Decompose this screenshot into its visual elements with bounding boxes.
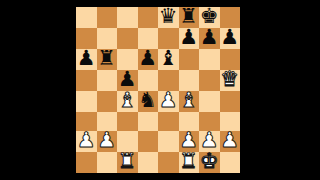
black-rook-icon: ♜ — [97, 48, 116, 69]
square-f1[interactable]: ♜ — [179, 152, 200, 173]
square-g6[interactable] — [199, 49, 220, 70]
square-h5[interactable]: ♛ — [220, 70, 241, 91]
square-d2[interactable] — [138, 131, 159, 152]
white-pawn-icon: ♟ — [97, 130, 116, 151]
square-d4[interactable]: ♞ — [138, 91, 159, 112]
square-b5[interactable] — [97, 70, 118, 91]
white-king-icon: ♚ — [200, 151, 219, 172]
square-h2[interactable]: ♟ — [220, 131, 241, 152]
square-c4[interactable]: ♝ — [117, 91, 138, 112]
square-b1[interactable] — [97, 152, 118, 173]
black-pawn-icon: ♟ — [77, 48, 96, 69]
square-d1[interactable] — [138, 152, 159, 173]
white-pawn-icon: ♟ — [179, 130, 198, 151]
white-queen-icon: ♛ — [220, 69, 239, 90]
square-b4[interactable] — [97, 91, 118, 112]
black-pawn-icon: ♟ — [179, 27, 198, 48]
white-bishop-icon: ♝ — [118, 90, 137, 111]
square-f4[interactable]: ♝ — [179, 91, 200, 112]
white-rook-icon: ♜ — [179, 151, 198, 172]
square-c1[interactable]: ♜ — [117, 152, 138, 173]
square-a1[interactable] — [76, 152, 97, 173]
square-e8[interactable]: ♛ — [158, 7, 179, 28]
black-pawn-icon: ♟ — [220, 27, 239, 48]
square-c8[interactable] — [117, 7, 138, 28]
white-pawn-icon: ♟ — [77, 130, 96, 151]
square-g7[interactable]: ♟ — [199, 28, 220, 49]
square-d3[interactable] — [138, 112, 159, 131]
square-b2[interactable]: ♟ — [97, 131, 118, 152]
black-king-icon: ♚ — [200, 6, 219, 27]
square-h7[interactable]: ♟ — [220, 28, 241, 49]
white-pawn-icon: ♟ — [220, 130, 239, 151]
square-f6[interactable] — [179, 49, 200, 70]
white-rook-icon: ♜ — [118, 151, 137, 172]
black-pawn-icon: ♟ — [118, 69, 137, 90]
white-pawn-icon: ♟ — [159, 90, 178, 111]
square-a6[interactable]: ♟ — [76, 49, 97, 70]
white-bishop-icon: ♝ — [179, 90, 198, 111]
chess-board: ♛♜♚♟♟♟♟♜♟♝♟♛♝♞♟♝♟♟♟♟♟♜♜♚ — [76, 7, 240, 173]
square-a8[interactable] — [76, 7, 97, 28]
square-f7[interactable]: ♟ — [179, 28, 200, 49]
square-a4[interactable] — [76, 91, 97, 112]
square-d6[interactable]: ♟ — [138, 49, 159, 70]
black-knight-icon: ♞ — [138, 90, 157, 111]
square-e6[interactable]: ♝ — [158, 49, 179, 70]
square-e2[interactable] — [158, 131, 179, 152]
square-g1[interactable]: ♚ — [199, 152, 220, 173]
square-c7[interactable] — [117, 28, 138, 49]
square-e1[interactable] — [158, 152, 179, 173]
square-d8[interactable] — [138, 7, 159, 28]
square-h4[interactable] — [220, 91, 241, 112]
square-b8[interactable] — [97, 7, 118, 28]
square-a5[interactable] — [76, 70, 97, 91]
square-a2[interactable]: ♟ — [76, 131, 97, 152]
black-pawn-icon: ♟ — [200, 27, 219, 48]
video-frame: ♛♜♚♟♟♟♟♜♟♝♟♛♝♞♟♝♟♟♟♟♟♜♜♚ — [0, 0, 320, 180]
square-h1[interactable] — [220, 152, 241, 173]
black-bishop-icon: ♝ — [159, 48, 178, 69]
black-pawn-icon: ♟ — [138, 48, 157, 69]
black-queen-icon: ♛ — [159, 6, 178, 27]
square-g5[interactable] — [199, 70, 220, 91]
square-g4[interactable] — [199, 91, 220, 112]
white-pawn-icon: ♟ — [200, 130, 219, 151]
square-c3[interactable] — [117, 112, 138, 131]
square-e4[interactable]: ♟ — [158, 91, 179, 112]
square-b6[interactable]: ♜ — [97, 49, 118, 70]
square-e3[interactable] — [158, 112, 179, 131]
black-rook-icon: ♜ — [179, 6, 198, 27]
